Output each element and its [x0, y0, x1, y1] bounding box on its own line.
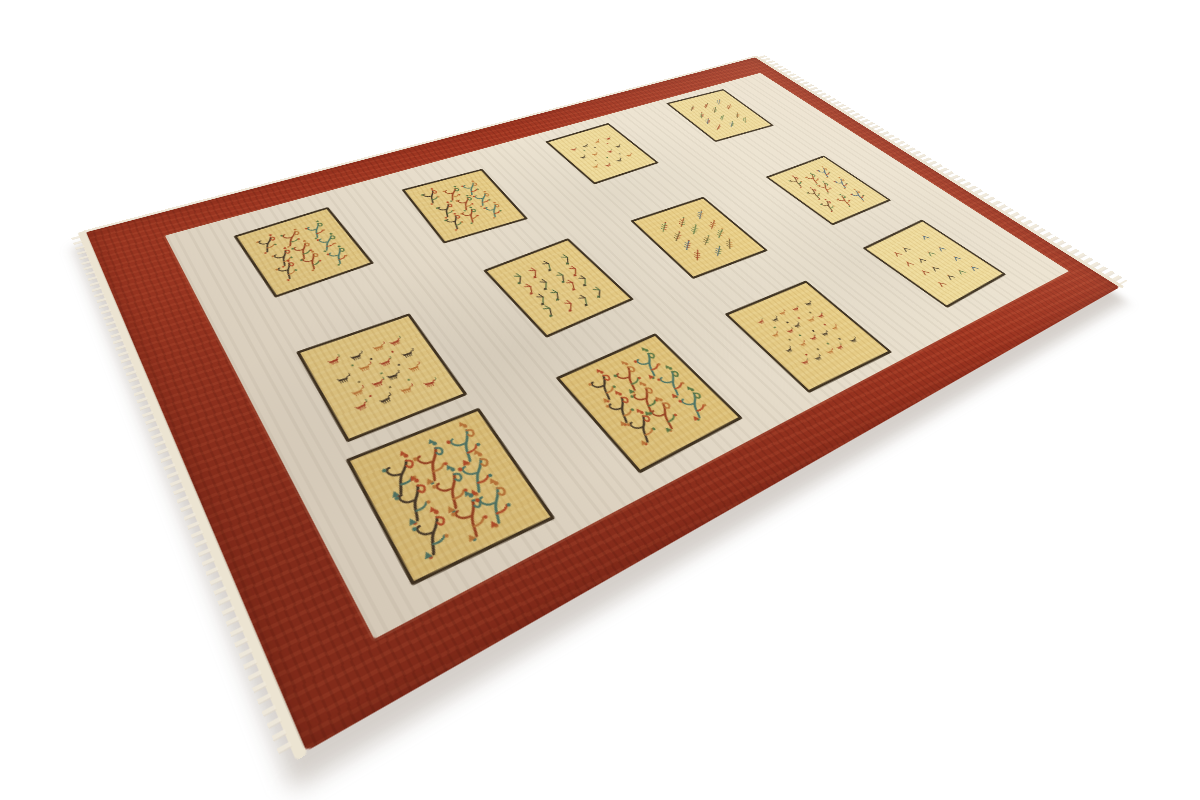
rug-panel-6-tree [483, 238, 634, 338]
rug-panel-8-branch [766, 155, 892, 225]
rug-panel-12-bird [862, 220, 1006, 308]
rug-panel-10-branch [556, 333, 743, 474]
rug-panel-11-animals [725, 280, 893, 393]
rug-panel-1-branch [233, 207, 374, 298]
photo-background [0, 0, 1200, 800]
rug-panel-7-sprig [630, 197, 768, 279]
rug-panel-4-sprig [666, 89, 774, 142]
rug-panel-2-branch [401, 169, 528, 244]
rug-panel-9-branch [346, 408, 556, 586]
rug [85, 57, 1120, 752]
rug-panel-3-animals [545, 123, 659, 184]
